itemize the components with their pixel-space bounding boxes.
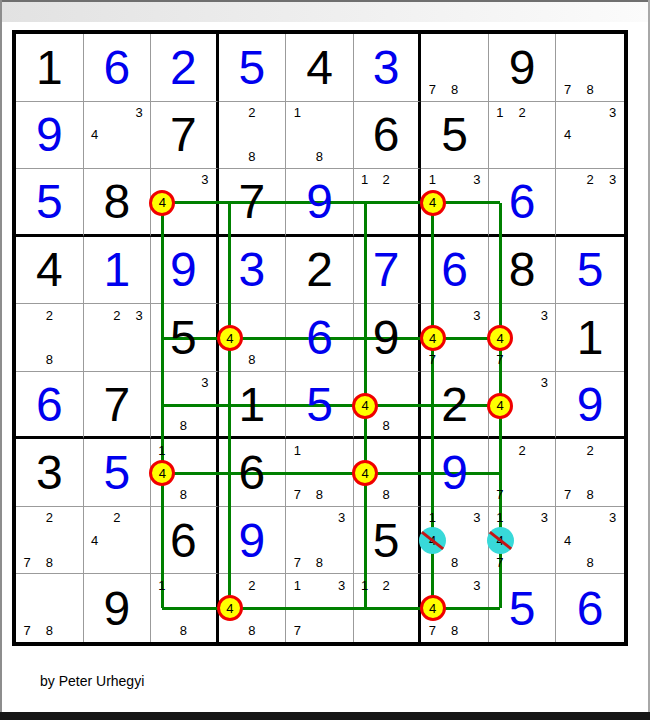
solved-digit: 3 bbox=[354, 34, 419, 101]
candidate-8: 8 bbox=[308, 146, 330, 168]
candidate-4: 4 bbox=[556, 124, 579, 146]
cell-r9c5[interactable]: 137 bbox=[286, 574, 354, 642]
candidate-8: 8 bbox=[308, 551, 330, 573]
cell-r8c2[interactable]: 24 bbox=[84, 507, 152, 575]
cell-r1c1[interactable]: 1 bbox=[16, 34, 84, 102]
candidate-8: 8 bbox=[38, 551, 60, 573]
candidate-7: 7 bbox=[16, 551, 38, 573]
cell-r7c3[interactable]: 18 bbox=[151, 439, 219, 507]
given-digit: 1 bbox=[219, 372, 286, 437]
cell-r2c1[interactable]: 9 bbox=[16, 102, 84, 170]
cell-r1c2[interactable]: 6 bbox=[84, 34, 152, 102]
cell-r7c6[interactable]: 8 bbox=[354, 439, 422, 507]
given-digit: 1 bbox=[16, 34, 83, 101]
cell-r6c4[interactable]: 1 bbox=[219, 372, 287, 440]
candidate-3: 3 bbox=[533, 304, 555, 326]
cell-r4c6[interactable]: 7 bbox=[354, 237, 422, 305]
cell-r9c1[interactable]: 78 bbox=[16, 574, 84, 642]
cell-r1c9[interactable]: 78 bbox=[556, 34, 624, 102]
header-bar bbox=[2, 2, 648, 22]
page-border-left bbox=[0, 0, 2, 712]
cell-r8c1[interactable]: 278 bbox=[16, 507, 84, 575]
candidate-1: 1 bbox=[489, 102, 511, 124]
cell-r6c5[interactable]: 5 bbox=[286, 372, 354, 440]
candidate-3: 3 bbox=[533, 372, 555, 394]
cell-r4c1[interactable]: 4 bbox=[16, 237, 84, 305]
candidate-3: 3 bbox=[466, 574, 488, 597]
cell-r4c4[interactable]: 3 bbox=[219, 237, 287, 305]
candidate-2: 2 bbox=[375, 169, 397, 191]
solved-digit: 5 bbox=[219, 34, 286, 101]
cell-r3c6[interactable]: 12 bbox=[354, 169, 422, 237]
cell-r8c8[interactable]: 137 bbox=[489, 507, 557, 575]
given-digit: 7 bbox=[219, 169, 286, 234]
cell-r3c4[interactable]: 7 bbox=[219, 169, 287, 237]
candidate-3: 3 bbox=[194, 372, 216, 394]
candidate-3: 3 bbox=[533, 507, 555, 529]
candidate-2: 2 bbox=[38, 507, 60, 529]
candidate-7: 7 bbox=[556, 484, 579, 506]
cell-r1c6[interactable]: 3 bbox=[354, 34, 422, 102]
cell-r5c4[interactable]: 8 bbox=[219, 304, 287, 372]
given-digit: 8 bbox=[84, 169, 151, 234]
cell-r9c8[interactable]: 5 bbox=[489, 574, 557, 642]
cell-r9c6[interactable]: 12 bbox=[354, 574, 422, 642]
cell-r7c4[interactable]: 6 bbox=[219, 439, 287, 507]
candidate-8: 8 bbox=[173, 415, 195, 437]
cell-r7c2[interactable]: 5 bbox=[84, 439, 152, 507]
candidate-3: 3 bbox=[466, 169, 488, 191]
solved-digit: 6 bbox=[286, 304, 353, 371]
cell-r8c5[interactable]: 378 bbox=[286, 507, 354, 575]
cell-r6c2[interactable]: 7 bbox=[84, 372, 152, 440]
given-digit: 3 bbox=[16, 439, 83, 506]
given-digit: 9 bbox=[84, 574, 151, 642]
solved-digit: 1 bbox=[84, 237, 151, 304]
candidate-2: 2 bbox=[511, 439, 533, 461]
candidate-7: 7 bbox=[421, 619, 443, 642]
solved-digit: 6 bbox=[421, 237, 488, 304]
cell-r4c3[interactable]: 9 bbox=[151, 237, 219, 305]
cell-r5c1[interactable]: 28 bbox=[16, 304, 84, 372]
cell-r3c2[interactable]: 8 bbox=[84, 169, 152, 237]
cell-r5c8[interactable]: 37 bbox=[489, 304, 557, 372]
candidate-8: 8 bbox=[444, 78, 466, 100]
cell-r5c7[interactable]: 37 bbox=[421, 304, 489, 372]
given-digit: 8 bbox=[489, 237, 556, 304]
solved-digit: 9 bbox=[421, 439, 488, 506]
solved-digit: 6 bbox=[16, 372, 83, 437]
candidate-2: 2 bbox=[241, 102, 263, 124]
given-digit: 5 bbox=[354, 507, 419, 574]
candidate-8: 8 bbox=[173, 619, 195, 642]
given-digit: 6 bbox=[219, 439, 286, 506]
candidate-8: 8 bbox=[444, 551, 466, 573]
solved-digit: 5 bbox=[16, 169, 83, 234]
cell-r4c5[interactable]: 2 bbox=[286, 237, 354, 305]
solved-digit: 3 bbox=[219, 237, 286, 304]
cell-r2c6[interactable]: 6 bbox=[354, 102, 422, 170]
candidate-7: 7 bbox=[489, 551, 511, 573]
cell-r6c3[interactable]: 38 bbox=[151, 372, 219, 440]
solved-digit: 9 bbox=[556, 372, 624, 437]
cell-r6c8[interactable]: 3 bbox=[489, 372, 557, 440]
cell-r1c8[interactable]: 9 bbox=[489, 34, 557, 102]
candidate-8: 8 bbox=[308, 484, 330, 506]
cell-r1c4[interactable]: 5 bbox=[219, 34, 287, 102]
cell-r4c2[interactable]: 1 bbox=[84, 237, 152, 305]
cell-r1c3[interactable]: 2 bbox=[151, 34, 219, 102]
given-digit: 9 bbox=[354, 304, 419, 371]
given-digit: 5 bbox=[151, 304, 216, 371]
given-digit: 6 bbox=[354, 102, 419, 169]
candidate-8: 8 bbox=[241, 619, 263, 642]
candidate-8: 8 bbox=[173, 484, 195, 506]
page: { "game": "sudoku", "position": "162543.… bbox=[0, 0, 650, 720]
given-digit: 4 bbox=[16, 237, 83, 304]
cell-r2c7[interactable]: 5 bbox=[421, 102, 489, 170]
cell-r7c7[interactable]: 9 bbox=[421, 439, 489, 507]
sudoku-board: 1625437897893472818651234583791213623419… bbox=[12, 30, 628, 646]
cell-r7c5[interactable]: 178 bbox=[286, 439, 354, 507]
candidate-8: 8 bbox=[444, 619, 466, 642]
cell-r5c6[interactable]: 9 bbox=[354, 304, 422, 372]
cell-r6c7[interactable]: 2 bbox=[421, 372, 489, 440]
solved-digit: 5 bbox=[84, 439, 151, 506]
candidate-7: 7 bbox=[556, 78, 579, 100]
candidate-8: 8 bbox=[38, 349, 60, 371]
candidate-3: 3 bbox=[128, 102, 150, 124]
cell-r1c5[interactable]: 4 bbox=[286, 34, 354, 102]
candidate-1: 1 bbox=[354, 574, 376, 597]
cell-r9c7[interactable]: 378 bbox=[421, 574, 489, 642]
candidate-7: 7 bbox=[421, 349, 443, 371]
solved-digit: 9 bbox=[219, 507, 286, 574]
cell-r7c8[interactable]: 27 bbox=[489, 439, 557, 507]
candidate-2: 2 bbox=[579, 439, 602, 461]
cell-r2c4[interactable]: 28 bbox=[219, 102, 287, 170]
given-digit: 2 bbox=[421, 372, 488, 437]
candidate-8: 8 bbox=[579, 551, 602, 573]
cell-r9c9[interactable]: 6 bbox=[556, 574, 624, 642]
cell-r4c9[interactable]: 5 bbox=[556, 237, 624, 305]
candidate-2: 2 bbox=[38, 304, 60, 326]
cell-r2c3[interactable]: 7 bbox=[151, 102, 219, 170]
cell-r6c6[interactable]: 8 bbox=[354, 372, 422, 440]
candidate-8: 8 bbox=[579, 484, 602, 506]
candidate-4: 4 bbox=[556, 529, 579, 551]
given-digit: 2 bbox=[286, 237, 353, 304]
candidate-2: 2 bbox=[375, 574, 397, 597]
given-digit: 6 bbox=[151, 507, 216, 574]
cell-r7c9[interactable]: 278 bbox=[556, 439, 624, 507]
solved-digit: 6 bbox=[84, 34, 151, 101]
solved-digit: 9 bbox=[151, 237, 216, 304]
solved-digit: 6 bbox=[489, 169, 556, 234]
cell-r1c7[interactable]: 78 bbox=[421, 34, 489, 102]
candidate-4: 4 bbox=[84, 529, 106, 551]
cell-r9c4[interactable]: 28 bbox=[219, 574, 287, 642]
cell-r3c3[interactable]: 3 bbox=[151, 169, 219, 237]
cell-r3c7[interactable]: 13 bbox=[421, 169, 489, 237]
cell-r8c6[interactable]: 5 bbox=[354, 507, 422, 575]
candidate-7: 7 bbox=[286, 619, 308, 642]
cell-r5c3[interactable]: 5 bbox=[151, 304, 219, 372]
candidate-3: 3 bbox=[601, 102, 624, 124]
candidate-2: 2 bbox=[241, 574, 263, 597]
candidate-3: 3 bbox=[194, 169, 216, 191]
candidate-8: 8 bbox=[241, 146, 263, 168]
candidate-2: 2 bbox=[579, 169, 602, 191]
candidate-8: 8 bbox=[38, 619, 60, 642]
candidate-2: 2 bbox=[511, 102, 533, 124]
candidate-3: 3 bbox=[128, 304, 150, 326]
candidate-3: 3 bbox=[466, 507, 488, 529]
candidate-7: 7 bbox=[489, 349, 511, 371]
cell-r6c1[interactable]: 6 bbox=[16, 372, 84, 440]
cell-r5c5[interactable]: 6 bbox=[286, 304, 354, 372]
cell-r3c1[interactable]: 5 bbox=[16, 169, 84, 237]
solved-digit: 9 bbox=[16, 102, 83, 169]
candidate-8: 8 bbox=[579, 78, 602, 100]
cell-r7c1[interactable]: 3 bbox=[16, 439, 84, 507]
page-border-bottom bbox=[0, 712, 650, 720]
candidate-1: 1 bbox=[286, 439, 308, 461]
candidate-1: 1 bbox=[151, 574, 173, 597]
candidate-1: 1 bbox=[421, 169, 443, 191]
cell-r3c5[interactable]: 9 bbox=[286, 169, 354, 237]
cell-r5c2[interactable]: 23 bbox=[84, 304, 152, 372]
candidate-3: 3 bbox=[601, 169, 624, 191]
candidate-7: 7 bbox=[489, 484, 511, 506]
cell-r2c2[interactable]: 34 bbox=[84, 102, 152, 170]
solved-digit: 7 bbox=[354, 237, 419, 304]
cell-r4c8[interactable]: 8 bbox=[489, 237, 557, 305]
candidate-7: 7 bbox=[286, 484, 308, 506]
candidate-2: 2 bbox=[106, 304, 128, 326]
candidate-7: 7 bbox=[16, 619, 38, 642]
candidate-4: 4 bbox=[84, 124, 106, 146]
candidate-1: 1 bbox=[354, 169, 376, 191]
candidate-3: 3 bbox=[331, 507, 353, 529]
author-credit: by Peter Urhegyi bbox=[40, 673, 144, 689]
solved-digit: 5 bbox=[489, 574, 556, 642]
candidate-3: 3 bbox=[331, 574, 353, 597]
given-digit: 9 bbox=[489, 34, 556, 101]
candidate-3: 3 bbox=[601, 507, 624, 529]
candidate-8: 8 bbox=[375, 484, 397, 506]
solved-digit: 9 bbox=[286, 169, 353, 234]
candidate-8: 8 bbox=[241, 349, 263, 371]
cell-r8c7[interactable]: 138 bbox=[421, 507, 489, 575]
cell-r8c4[interactable]: 9 bbox=[219, 507, 287, 575]
given-digit: 7 bbox=[151, 102, 216, 169]
candidate-2: 2 bbox=[106, 507, 128, 529]
cell-r9c2[interactable]: 9 bbox=[84, 574, 152, 642]
solved-digit: 5 bbox=[286, 372, 353, 437]
cell-r5c9[interactable]: 1 bbox=[556, 304, 624, 372]
cell-r3c8[interactable]: 6 bbox=[489, 169, 557, 237]
given-digit: 5 bbox=[421, 102, 488, 169]
cell-r9c3[interactable]: 18 bbox=[151, 574, 219, 642]
given-digit: 1 bbox=[556, 304, 624, 371]
cell-r8c3[interactable]: 6 bbox=[151, 507, 219, 575]
solved-digit: 5 bbox=[556, 237, 624, 304]
candidate-8: 8 bbox=[375, 415, 397, 437]
candidate-1: 1 bbox=[489, 507, 511, 529]
candidate-1: 1 bbox=[286, 102, 308, 124]
candidate-1: 1 bbox=[151, 439, 173, 461]
solved-digit: 6 bbox=[556, 574, 624, 642]
cell-r4c7[interactable]: 6 bbox=[421, 237, 489, 305]
cell-r8c9[interactable]: 348 bbox=[556, 507, 624, 575]
candidate-7: 7 bbox=[421, 78, 443, 100]
cell-r2c9[interactable]: 34 bbox=[556, 102, 624, 170]
given-digit: 7 bbox=[84, 372, 151, 437]
candidate-1: 1 bbox=[421, 507, 443, 529]
candidate-1: 1 bbox=[286, 574, 308, 597]
cell-r3c9[interactable]: 23 bbox=[556, 169, 624, 237]
candidate-3: 3 bbox=[466, 304, 488, 326]
cell-r6c9[interactable]: 9 bbox=[556, 372, 624, 440]
cell-r2c5[interactable]: 18 bbox=[286, 102, 354, 170]
cell-r2c8[interactable]: 12 bbox=[489, 102, 557, 170]
solved-digit: 2 bbox=[151, 34, 216, 101]
candidate-7: 7 bbox=[286, 551, 308, 573]
given-digit: 4 bbox=[286, 34, 353, 101]
